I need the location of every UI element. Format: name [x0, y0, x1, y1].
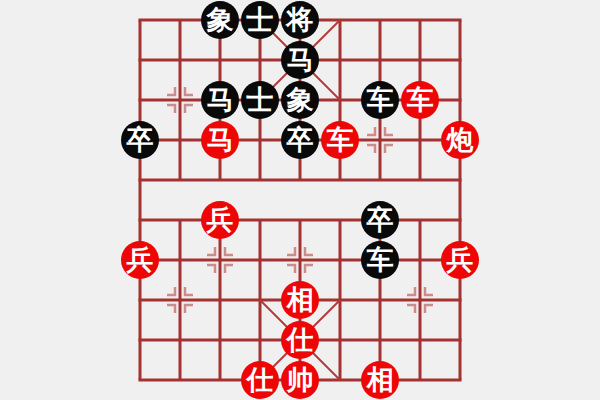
red-soldier[interactable]: 兵: [441, 241, 479, 279]
black-soldier[interactable]: 卒: [361, 201, 399, 239]
black-chariot[interactable]: 车: [361, 81, 399, 119]
black-advisor[interactable]: 士: [241, 1, 279, 39]
red-soldier[interactable]: 兵: [121, 241, 159, 279]
black-horse[interactable]: 马: [201, 81, 239, 119]
red-chariot[interactable]: 车: [321, 121, 359, 159]
black-soldier[interactable]: 卒: [121, 121, 159, 159]
red-elephant[interactable]: 相: [281, 281, 319, 319]
black-horse[interactable]: 马: [281, 41, 319, 79]
black-chariot[interactable]: 车: [361, 241, 399, 279]
red-chariot[interactable]: 车: [401, 81, 439, 119]
black-soldier[interactable]: 卒: [281, 121, 319, 159]
red-advisor[interactable]: 仕: [241, 361, 279, 399]
red-elephant[interactable]: 相: [361, 361, 399, 399]
black-advisor[interactable]: 士: [241, 81, 279, 119]
red-soldier[interactable]: 兵: [201, 201, 239, 239]
red-cannon[interactable]: 炮: [441, 121, 479, 159]
black-general[interactable]: 将: [281, 1, 319, 39]
xiangqi-board: 象士将马马士象车车卒马卒车炮兵卒兵车兵相仕仕帅相: [120, 0, 480, 400]
black-elephant[interactable]: 象: [201, 1, 239, 39]
red-advisor[interactable]: 仕: [281, 321, 319, 359]
black-elephant[interactable]: 象: [281, 81, 319, 119]
red-horse[interactable]: 马: [201, 121, 239, 159]
xiangqi-app: 象士将马马士象车车卒马卒车炮兵卒兵车兵相仕仕帅相: [0, 0, 600, 400]
red-general[interactable]: 帅: [281, 361, 319, 399]
